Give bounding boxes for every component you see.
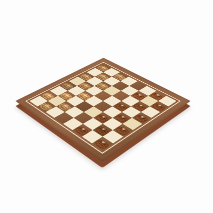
checkers-board: ⛂⛂⛂⛂⛂⛂⛂⛂⛂⛂⛂⛂⛂⛂⛂⛂⛂⛂⛂⛂⛂⛂⛂⛂ [15,58,190,162]
product-photo: ⛂⛂⛂⛂⛂⛂⛂⛂⛂⛂⛂⛂⛂⛂⛂⛂⛂⛂⛂⛂⛂⛂⛂⛂ [0,0,213,213]
board-grid: ⛂⛂⛂⛂⛂⛂⛂⛂⛂⛂⛂⛂⛂⛂⛂⛂⛂⛂⛂⛂⛂⛂⛂⛂ [29,64,176,151]
inlay-border: ⛂⛂⛂⛂⛂⛂⛂⛂⛂⛂⛂⛂⛂⛂⛂⛂⛂⛂⛂⛂⛂⛂⛂⛂ [25,62,181,154]
